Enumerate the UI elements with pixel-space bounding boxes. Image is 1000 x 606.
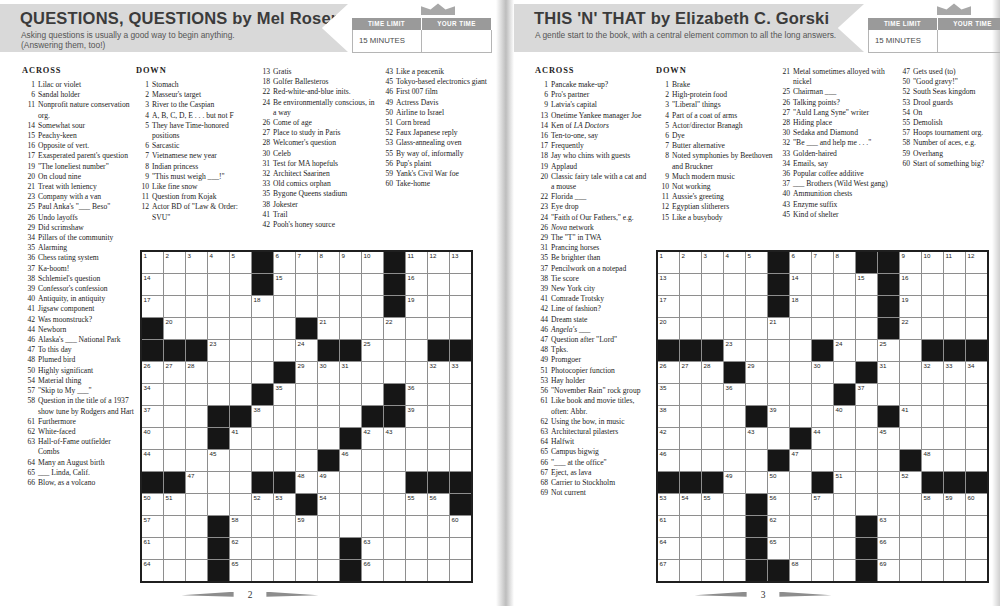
grid-cell[interactable] <box>702 296 723 317</box>
grid-cell[interactable]: 48 <box>296 472 317 493</box>
grid-cell[interactable] <box>186 450 207 471</box>
grid-cell[interactable]: 56 <box>768 494 789 515</box>
grid-cell[interactable] <box>164 560 185 581</box>
grid-cell[interactable] <box>900 428 921 449</box>
grid-cell[interactable] <box>834 494 855 515</box>
grid-cell[interactable] <box>768 362 789 383</box>
grid-cell[interactable] <box>790 406 811 427</box>
grid-cell[interactable] <box>790 538 811 559</box>
grid-cell[interactable]: 65 <box>768 538 789 559</box>
grid-cell[interactable] <box>384 560 405 581</box>
grid-cell[interactable] <box>702 450 723 471</box>
grid-cell[interactable] <box>296 406 317 427</box>
grid-cell[interactable] <box>878 494 899 515</box>
grid-cell[interactable] <box>746 340 767 361</box>
grid-cell[interactable]: 43 <box>384 428 405 449</box>
grid-cell[interactable] <box>944 516 965 537</box>
grid-cell[interactable] <box>318 274 339 295</box>
grid-cell[interactable]: 60 <box>450 516 471 537</box>
grid-cell[interactable]: 28 <box>186 362 207 383</box>
grid-cell[interactable] <box>296 274 317 295</box>
grid-cell[interactable] <box>944 560 965 581</box>
grid-cell[interactable] <box>790 362 811 383</box>
grid-cell[interactable] <box>406 318 427 339</box>
grid-cell[interactable] <box>384 472 405 493</box>
grid-cell[interactable] <box>362 318 383 339</box>
grid-cell[interactable] <box>296 296 317 317</box>
grid-cell[interactable] <box>164 516 185 537</box>
grid-cell[interactable] <box>384 450 405 471</box>
grid-cell[interactable]: 6 <box>790 252 811 273</box>
grid-cell[interactable] <box>362 494 383 515</box>
grid-cell[interactable] <box>230 450 251 471</box>
grid-cell[interactable] <box>384 494 405 515</box>
grid-cell[interactable]: 1 <box>658 252 679 273</box>
grid-cell[interactable] <box>340 384 361 405</box>
grid-cell[interactable] <box>450 450 471 471</box>
grid-cell[interactable] <box>362 296 383 317</box>
grid-cell[interactable] <box>922 428 943 449</box>
grid-cell[interactable] <box>186 274 207 295</box>
grid-cell[interactable] <box>900 340 921 361</box>
grid-cell[interactable]: 42 <box>658 428 679 449</box>
grid-cell[interactable] <box>450 384 471 405</box>
grid-cell[interactable] <box>164 538 185 559</box>
grid-cell[interactable] <box>900 384 921 405</box>
grid-cell[interactable] <box>164 428 185 449</box>
grid-cell[interactable] <box>944 296 965 317</box>
grid-cell[interactable] <box>164 406 185 427</box>
grid-cell[interactable]: 49 <box>318 472 339 493</box>
grid-cell[interactable]: 40 <box>834 406 855 427</box>
grid-cell[interactable] <box>812 318 833 339</box>
grid-cell[interactable]: 19 <box>406 296 427 317</box>
grid-cell[interactable] <box>406 538 427 559</box>
grid-cell[interactable]: 42 <box>362 428 383 449</box>
grid-cell[interactable] <box>746 384 767 405</box>
grid-cell[interactable]: 59 <box>296 516 317 537</box>
grid-cell[interactable] <box>746 318 767 339</box>
grid-cell[interactable]: 35 <box>274 384 295 405</box>
grid-cell[interactable]: 69 <box>878 560 899 581</box>
grid-cell[interactable] <box>922 384 943 405</box>
grid-cell[interactable] <box>340 494 361 515</box>
grid-cell[interactable]: 29 <box>746 362 767 383</box>
grid-cell[interactable] <box>186 406 207 427</box>
grid-cell[interactable]: 41 <box>230 428 251 449</box>
grid-cell[interactable] <box>680 538 701 559</box>
grid-cell[interactable] <box>944 406 965 427</box>
grid-cell[interactable] <box>230 340 251 361</box>
grid-cell[interactable] <box>164 274 185 295</box>
grid-cell[interactable] <box>340 516 361 537</box>
grid-cell[interactable]: 64 <box>658 538 679 559</box>
grid-cell[interactable] <box>966 516 987 537</box>
grid-cell[interactable] <box>856 340 877 361</box>
grid-cell[interactable] <box>406 516 427 537</box>
grid-cell[interactable]: 39 <box>768 406 789 427</box>
grid-cell[interactable] <box>768 428 789 449</box>
grid-cell[interactable]: 62 <box>230 538 251 559</box>
grid-cell[interactable] <box>384 340 405 361</box>
grid-cell[interactable]: 44 <box>142 450 163 471</box>
grid-cell[interactable]: 14 <box>142 274 163 295</box>
grid-cell[interactable] <box>878 450 899 471</box>
grid-cell[interactable] <box>944 450 965 471</box>
grid-cell[interactable]: 59 <box>944 494 965 515</box>
grid-cell[interactable] <box>450 406 471 427</box>
grid-cell[interactable] <box>230 296 251 317</box>
grid-cell[interactable] <box>966 406 987 427</box>
grid-cell[interactable]: 11 <box>944 252 965 273</box>
grid-cell[interactable] <box>340 318 361 339</box>
grid-cell[interactable] <box>724 494 745 515</box>
grid-cell[interactable] <box>856 406 877 427</box>
grid-cell[interactable]: 17 <box>142 296 163 317</box>
grid-cell[interactable] <box>164 384 185 405</box>
grid-cell[interactable] <box>768 384 789 405</box>
grid-cell[interactable] <box>746 450 767 471</box>
grid-cell[interactable] <box>428 384 449 405</box>
grid-cell[interactable] <box>384 538 405 559</box>
grid-cell[interactable]: 35 <box>658 384 679 405</box>
grid-cell[interactable] <box>208 274 229 295</box>
grid-cell[interactable]: 7 <box>296 252 317 273</box>
grid-cell[interactable] <box>724 274 745 295</box>
grid-cell[interactable] <box>856 296 877 317</box>
grid-cell[interactable] <box>922 406 943 427</box>
grid-cell[interactable] <box>966 428 987 449</box>
grid-cell[interactable] <box>428 450 449 471</box>
grid-cell[interactable]: 25 <box>878 340 899 361</box>
grid-cell[interactable]: 55 <box>702 494 723 515</box>
grid-cell[interactable] <box>252 538 273 559</box>
grid-cell[interactable] <box>428 516 449 537</box>
grid-cell[interactable]: 22 <box>900 318 921 339</box>
grid-cell[interactable]: 60 <box>966 494 987 515</box>
grid-cell[interactable]: 3 <box>702 252 723 273</box>
grid-cell[interactable] <box>966 560 987 581</box>
grid-cell[interactable] <box>922 538 943 559</box>
grid-cell[interactable] <box>340 296 361 317</box>
grid-cell[interactable]: 9 <box>900 252 921 273</box>
grid-cell[interactable] <box>702 406 723 427</box>
grid-cell[interactable] <box>900 560 921 581</box>
grid-cell[interactable] <box>318 516 339 537</box>
grid-cell[interactable] <box>966 538 987 559</box>
grid-cell[interactable] <box>406 450 427 471</box>
grid-cell[interactable] <box>274 560 295 581</box>
grid-cell[interactable]: 41 <box>900 406 921 427</box>
grid-cell[interactable]: 15 <box>274 274 295 295</box>
grid-cell[interactable] <box>724 406 745 427</box>
grid-cell[interactable] <box>428 406 449 427</box>
grid-cell[interactable] <box>428 560 449 581</box>
grid-cell[interactable]: 39 <box>406 406 427 427</box>
grid-cell[interactable]: 17 <box>658 296 679 317</box>
grid-cell[interactable] <box>318 560 339 581</box>
grid-cell[interactable]: 6 <box>274 252 295 273</box>
grid-cell[interactable] <box>790 494 811 515</box>
grid-cell[interactable] <box>318 384 339 405</box>
grid-cell[interactable] <box>252 560 273 581</box>
grid-cell[interactable]: 23 <box>724 340 745 361</box>
grid-cell[interactable]: 57 <box>142 516 163 537</box>
grid-cell[interactable]: 52 <box>252 494 273 515</box>
grid-cell[interactable]: 66 <box>362 560 383 581</box>
grid-cell[interactable]: 65 <box>230 560 251 581</box>
grid-cell[interactable] <box>384 362 405 383</box>
grid-cell[interactable] <box>834 450 855 471</box>
grid-cell[interactable]: 38 <box>252 406 273 427</box>
grid-cell[interactable]: 21 <box>318 318 339 339</box>
grid-cell[interactable] <box>428 274 449 295</box>
grid-cell[interactable] <box>856 450 877 471</box>
grid-cell[interactable] <box>230 274 251 295</box>
grid-cell[interactable]: 37 <box>856 384 877 405</box>
grid-cell[interactable]: 20 <box>658 318 679 339</box>
grid-cell[interactable] <box>208 472 229 493</box>
grid-cell[interactable] <box>208 494 229 515</box>
grid-cell[interactable]: 27 <box>680 362 701 383</box>
grid-cell[interactable] <box>812 516 833 537</box>
grid-cell[interactable] <box>746 274 767 295</box>
grid-cell[interactable] <box>318 538 339 559</box>
grid-cell[interactable]: 55 <box>406 494 427 515</box>
grid-cell[interactable]: 15 <box>856 274 877 295</box>
grid-cell[interactable]: 47 <box>186 472 207 493</box>
grid-cell[interactable]: 52 <box>900 472 921 493</box>
grid-cell[interactable] <box>208 384 229 405</box>
grid-cell[interactable]: 58 <box>230 516 251 537</box>
grid-cell[interactable]: 10 <box>922 252 943 273</box>
grid-cell[interactable] <box>746 472 767 493</box>
grid-cell[interactable]: 54 <box>680 494 701 515</box>
grid-cell[interactable]: 24 <box>296 340 317 361</box>
grid-cell[interactable] <box>702 318 723 339</box>
grid-cell[interactable] <box>680 406 701 427</box>
grid-cell[interactable] <box>186 560 207 581</box>
grid-cell[interactable]: 44 <box>812 428 833 449</box>
grid-cell[interactable] <box>834 538 855 559</box>
grid-cell[interactable] <box>252 516 273 537</box>
grid-cell[interactable] <box>702 516 723 537</box>
grid-cell[interactable] <box>702 538 723 559</box>
grid-cell[interactable] <box>790 384 811 405</box>
grid-cell[interactable]: 20 <box>164 318 185 339</box>
grid-cell[interactable] <box>834 362 855 383</box>
grid-cell[interactable] <box>428 428 449 449</box>
grid-cell[interactable]: 3 <box>186 252 207 273</box>
grid-cell[interactable]: 67 <box>658 560 679 581</box>
grid-cell[interactable] <box>186 428 207 449</box>
grid-cell[interactable] <box>406 340 427 361</box>
grid-cell[interactable] <box>274 450 295 471</box>
grid-cell[interactable]: 63 <box>878 516 899 537</box>
grid-cell[interactable]: 56 <box>428 494 449 515</box>
grid-cell[interactable] <box>724 538 745 559</box>
grid-cell[interactable] <box>186 538 207 559</box>
grid-cell[interactable] <box>680 318 701 339</box>
grid-cell[interactable] <box>208 296 229 317</box>
grid-cell[interactable]: 68 <box>790 560 811 581</box>
grid-cell[interactable]: 45 <box>878 428 899 449</box>
grid-cell[interactable]: 11 <box>406 252 427 273</box>
grid-cell[interactable]: 37 <box>142 406 163 427</box>
grid-cell[interactable] <box>406 428 427 449</box>
grid-cell[interactable] <box>274 516 295 537</box>
grid-cell[interactable]: 29 <box>296 362 317 383</box>
grid-cell[interactable] <box>296 428 317 449</box>
grid-cell[interactable] <box>724 318 745 339</box>
grid-cell[interactable]: 23 <box>208 340 229 361</box>
grid-cell[interactable]: 36 <box>406 384 427 405</box>
grid-cell[interactable]: 1 <box>142 252 163 273</box>
grid-cell[interactable] <box>252 450 273 471</box>
grid-cell[interactable] <box>702 274 723 295</box>
grid-cell[interactable]: 58 <box>922 494 943 515</box>
grid-cell[interactable] <box>296 384 317 405</box>
grid-cell[interactable] <box>702 384 723 405</box>
grid-cell[interactable] <box>812 538 833 559</box>
grid-cell[interactable]: 31 <box>878 362 899 383</box>
grid-cell[interactable] <box>724 296 745 317</box>
grid-cell[interactable] <box>318 296 339 317</box>
grid-cell[interactable] <box>768 340 789 361</box>
grid-cell[interactable] <box>834 516 855 537</box>
grid-cell[interactable]: 53 <box>658 494 679 515</box>
grid-cell[interactable] <box>230 472 251 493</box>
grid-cell[interactable] <box>296 560 317 581</box>
grid-cell[interactable] <box>230 318 251 339</box>
grid-cell[interactable]: 33 <box>944 362 965 383</box>
grid-cell[interactable] <box>450 296 471 317</box>
grid-cell[interactable]: 14 <box>790 274 811 295</box>
grid-cell[interactable]: 40 <box>142 428 163 449</box>
grid-cell[interactable]: 7 <box>812 252 833 273</box>
grid-cell[interactable]: 30 <box>318 362 339 383</box>
grid-cell[interactable] <box>790 318 811 339</box>
grid-cell[interactable]: 2 <box>680 252 701 273</box>
grid-cell[interactable] <box>406 362 427 383</box>
grid-cell[interactable] <box>362 450 383 471</box>
grid-cell[interactable] <box>944 384 965 405</box>
grid-cell[interactable] <box>812 384 833 405</box>
grid-cell[interactable] <box>856 494 877 515</box>
grid-cell[interactable]: 12 <box>966 252 987 273</box>
grid-cell[interactable] <box>252 340 273 361</box>
grid-cell[interactable]: 5 <box>746 252 767 273</box>
grid-cell[interactable] <box>834 560 855 581</box>
grid-cell[interactable] <box>966 296 987 317</box>
grid-cell[interactable] <box>362 362 383 383</box>
grid-cell[interactable] <box>274 296 295 317</box>
grid-cell[interactable]: 50 <box>768 472 789 493</box>
grid-cell[interactable] <box>878 384 899 405</box>
grid-cell[interactable] <box>922 516 943 537</box>
grid-cell[interactable] <box>812 406 833 427</box>
grid-cell[interactable] <box>450 428 471 449</box>
grid-cell[interactable] <box>812 560 833 581</box>
grid-cell[interactable] <box>900 362 921 383</box>
grid-cell[interactable] <box>680 516 701 537</box>
grid-cell[interactable] <box>966 318 987 339</box>
grid-cell[interactable] <box>208 318 229 339</box>
grid-cell[interactable]: 34 <box>966 362 987 383</box>
grid-cell[interactable]: 33 <box>450 362 471 383</box>
grid-cell[interactable] <box>856 318 877 339</box>
grid-cell[interactable]: 31 <box>340 362 361 383</box>
grid-cell[interactable]: 21 <box>768 318 789 339</box>
your-time-entry-cell[interactable] <box>422 30 491 52</box>
grid-cell[interactable] <box>428 538 449 559</box>
grid-cell[interactable] <box>340 406 361 427</box>
grid-cell[interactable] <box>362 472 383 493</box>
grid-cell[interactable] <box>900 494 921 515</box>
grid-cell[interactable] <box>406 560 427 581</box>
grid-cell[interactable] <box>856 428 877 449</box>
grid-cell[interactable] <box>900 516 921 537</box>
grid-cell[interactable] <box>186 384 207 405</box>
grid-cell[interactable] <box>274 318 295 339</box>
grid-cell[interactable]: 63 <box>362 538 383 559</box>
grid-cell[interactable]: 27 <box>164 362 185 383</box>
grid-cell[interactable] <box>812 296 833 317</box>
grid-cell[interactable]: 50 <box>142 494 163 515</box>
your-time-entry-cell[interactable] <box>938 30 1000 52</box>
grid-cell[interactable] <box>900 538 921 559</box>
grid-cell[interactable] <box>450 318 471 339</box>
grid-cell[interactable]: 62 <box>768 516 789 537</box>
grid-cell[interactable] <box>186 318 207 339</box>
grid-cell[interactable] <box>428 296 449 317</box>
grid-cell[interactable] <box>944 428 965 449</box>
grid-cell[interactable]: 43 <box>746 428 767 449</box>
grid-cell[interactable] <box>944 274 965 295</box>
grid-cell[interactable] <box>680 428 701 449</box>
grid-cell[interactable] <box>362 516 383 537</box>
grid-cell[interactable] <box>274 406 295 427</box>
grid-cell[interactable] <box>834 296 855 317</box>
grid-cell[interactable]: 51 <box>834 472 855 493</box>
grid-cell[interactable] <box>680 296 701 317</box>
grid-cell[interactable] <box>724 516 745 537</box>
grid-cell[interactable]: 24 <box>834 340 855 361</box>
grid-cell[interactable] <box>274 340 295 361</box>
grid-cell[interactable]: 18 <box>790 296 811 317</box>
grid-cell[interactable] <box>702 428 723 449</box>
grid-cell[interactable]: 12 <box>428 252 449 273</box>
grid-cell[interactable] <box>878 472 899 493</box>
grid-cell[interactable]: 61 <box>658 516 679 537</box>
grid-cell[interactable] <box>680 274 701 295</box>
grid-cell[interactable] <box>724 560 745 581</box>
grid-cell[interactable] <box>252 318 273 339</box>
grid-cell[interactable] <box>702 560 723 581</box>
grid-cell[interactable] <box>680 560 701 581</box>
grid-cell[interactable]: 4 <box>724 252 745 273</box>
grid-cell[interactable]: 28 <box>702 362 723 383</box>
grid-cell[interactable] <box>164 296 185 317</box>
grid-cell[interactable]: 47 <box>790 450 811 471</box>
grid-cell[interactable]: 46 <box>340 450 361 471</box>
grid-cell[interactable] <box>208 362 229 383</box>
grid-cell[interactable]: 32 <box>428 362 449 383</box>
grid-cell[interactable]: 30 <box>812 362 833 383</box>
grid-cell[interactable] <box>230 494 251 515</box>
grid-cell[interactable] <box>790 472 811 493</box>
grid-cell[interactable]: 8 <box>318 252 339 273</box>
